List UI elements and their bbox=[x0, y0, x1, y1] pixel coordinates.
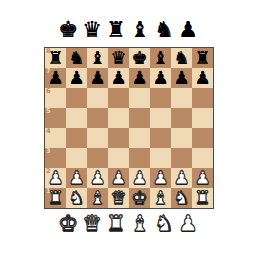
square-e5[interactable] bbox=[129, 108, 150, 128]
square-a5[interactable]: 5 bbox=[45, 108, 66, 128]
square-f6[interactable] bbox=[150, 88, 171, 108]
square-e3[interactable] bbox=[129, 148, 150, 168]
square-c5[interactable] bbox=[87, 108, 108, 128]
piece-black-knight[interactable]: ♞ bbox=[68, 48, 84, 68]
square-a7[interactable]: 7♟ bbox=[45, 68, 66, 88]
piece-black-bishop[interactable]: ♝ bbox=[152, 48, 168, 68]
piece-white-pawn[interactable]: ♟ bbox=[47, 168, 63, 188]
tray-piece-black-pawn[interactable]: ♟ bbox=[176, 15, 200, 45]
square-h7[interactable]: ♟ bbox=[192, 68, 213, 88]
square-b7[interactable]: ♟ bbox=[66, 68, 87, 88]
piece-white-pawn[interactable]: ♟ bbox=[131, 168, 147, 188]
square-c8[interactable]: ♝ bbox=[87, 48, 108, 68]
piece-black-pawn[interactable]: ♟ bbox=[173, 68, 189, 88]
square-c1[interactable]: ♝ bbox=[87, 188, 108, 208]
piece-black-pawn[interactable]: ♟ bbox=[47, 68, 63, 88]
piece-white-king[interactable]: ♚ bbox=[131, 188, 147, 208]
square-h8[interactable]: ♜ bbox=[192, 48, 213, 68]
square-f3[interactable] bbox=[150, 148, 171, 168]
square-h5[interactable] bbox=[192, 108, 213, 128]
tray-piece-white-rook[interactable]: ♜ bbox=[104, 209, 128, 239]
tray-piece-black-bishop[interactable]: ♝ bbox=[128, 15, 152, 45]
square-g6[interactable] bbox=[171, 88, 192, 108]
piece-white-pawn[interactable]: ♟ bbox=[89, 168, 105, 188]
square-f2[interactable]: ♟ bbox=[150, 168, 171, 188]
square-e1[interactable]: ♚ bbox=[129, 188, 150, 208]
piece-black-bishop[interactable]: ♝ bbox=[89, 48, 105, 68]
square-e6[interactable] bbox=[129, 88, 150, 108]
tray-piece-white-pawn[interactable]: ♟ bbox=[176, 209, 200, 239]
square-g4[interactable] bbox=[171, 128, 192, 148]
square-e8[interactable]: ♚ bbox=[129, 48, 150, 68]
square-h2[interactable]: ♟ bbox=[192, 168, 213, 188]
square-d8[interactable]: ♛ bbox=[108, 48, 129, 68]
square-a1[interactable]: 1♜ bbox=[45, 188, 66, 208]
tray-piece-black-queen[interactable]: ♛ bbox=[80, 15, 104, 45]
square-g1[interactable]: ♞ bbox=[171, 188, 192, 208]
piece-white-rook[interactable]: ♜ bbox=[194, 188, 210, 208]
tray-piece-white-king[interactable]: ♚ bbox=[56, 209, 80, 239]
square-a6[interactable]: 6 bbox=[45, 88, 66, 108]
square-f7[interactable]: ♟ bbox=[150, 68, 171, 88]
square-d3[interactable] bbox=[108, 148, 129, 168]
square-f1[interactable]: ♝ bbox=[150, 188, 171, 208]
square-d2[interactable]: ♟ bbox=[108, 168, 129, 188]
rank-label-3: 3 bbox=[46, 148, 51, 155]
square-g2[interactable]: ♟ bbox=[171, 168, 192, 188]
piece-white-bishop[interactable]: ♝ bbox=[152, 188, 168, 208]
square-c3[interactable] bbox=[87, 148, 108, 168]
square-d7[interactable]: ♟ bbox=[108, 68, 129, 88]
square-b3[interactable] bbox=[66, 148, 87, 168]
piece-black-pawn[interactable]: ♟ bbox=[194, 68, 210, 88]
piece-black-pawn[interactable]: ♟ bbox=[110, 68, 126, 88]
piece-white-rook[interactable]: ♜ bbox=[47, 188, 63, 208]
square-b8[interactable]: ♞ bbox=[66, 48, 87, 68]
square-f5[interactable] bbox=[150, 108, 171, 128]
chess-app: ♚♛♜♝♞♟ 8♜♞♝♛♚♝♞♜7♟♟♟♟♟♟♟♟65432♟♟♟♟♟♟♟♟1♜… bbox=[0, 0, 256, 256]
square-a3[interactable]: 3 bbox=[45, 148, 66, 168]
square-h4[interactable] bbox=[192, 128, 213, 148]
square-a4[interactable]: 4 bbox=[45, 128, 66, 148]
square-e4[interactable] bbox=[129, 128, 150, 148]
rank-label-4: 4 bbox=[46, 128, 51, 135]
square-g7[interactable]: ♟ bbox=[171, 68, 192, 88]
piece-white-knight[interactable]: ♞ bbox=[68, 188, 84, 208]
piece-white-bishop[interactable]: ♝ bbox=[89, 188, 105, 208]
square-a8[interactable]: 8♜ bbox=[45, 48, 66, 68]
square-f4[interactable] bbox=[150, 128, 171, 148]
piece-white-pawn[interactable]: ♟ bbox=[194, 168, 210, 188]
rank-label-6: 6 bbox=[46, 88, 51, 95]
piece-black-knight[interactable]: ♞ bbox=[173, 48, 189, 68]
square-h1[interactable]: ♜ bbox=[192, 188, 213, 208]
piece-white-pawn[interactable]: ♟ bbox=[110, 168, 126, 188]
chess-board: 8♜♞♝♛♚♝♞♜7♟♟♟♟♟♟♟♟65432♟♟♟♟♟♟♟♟1♜♞♝♛♚♝♞♜ bbox=[44, 47, 214, 209]
square-h6[interactable] bbox=[192, 88, 213, 108]
square-d1[interactable]: ♛ bbox=[108, 188, 129, 208]
rank-label-5: 5 bbox=[46, 108, 51, 115]
square-d4[interactable] bbox=[108, 128, 129, 148]
square-d5[interactable] bbox=[108, 108, 129, 128]
square-h3[interactable] bbox=[192, 148, 213, 168]
square-c7[interactable]: ♟ bbox=[87, 68, 108, 88]
piece-white-pawn[interactable]: ♟ bbox=[68, 168, 84, 188]
square-b6[interactable] bbox=[66, 88, 87, 108]
piece-black-queen[interactable]: ♛ bbox=[110, 48, 126, 68]
square-b5[interactable] bbox=[66, 108, 87, 128]
square-d6[interactable] bbox=[108, 88, 129, 108]
tray-piece-black-knight[interactable]: ♞ bbox=[152, 15, 176, 45]
square-b4[interactable] bbox=[66, 128, 87, 148]
square-c4[interactable] bbox=[87, 128, 108, 148]
square-e7[interactable]: ♟ bbox=[129, 68, 150, 88]
square-e2[interactable]: ♟ bbox=[129, 168, 150, 188]
white-piece-tray: ♚♛♜♝♞♟ bbox=[0, 208, 256, 240]
square-c6[interactable] bbox=[87, 88, 108, 108]
piece-black-pawn[interactable]: ♟ bbox=[131, 68, 147, 88]
piece-black-rook[interactable]: ♜ bbox=[194, 48, 210, 68]
square-g8[interactable]: ♞ bbox=[171, 48, 192, 68]
square-f8[interactable]: ♝ bbox=[150, 48, 171, 68]
square-a2[interactable]: 2♟ bbox=[45, 168, 66, 188]
piece-white-pawn[interactable]: ♟ bbox=[173, 168, 189, 188]
tray-piece-black-rook[interactable]: ♜ bbox=[104, 15, 128, 45]
square-b1[interactable]: ♞ bbox=[66, 188, 87, 208]
piece-black-king[interactable]: ♚ bbox=[131, 48, 147, 68]
tray-piece-white-queen[interactable]: ♛ bbox=[80, 209, 104, 239]
square-g5[interactable] bbox=[171, 108, 192, 128]
piece-black-pawn[interactable]: ♟ bbox=[68, 68, 84, 88]
square-g3[interactable] bbox=[171, 148, 192, 168]
piece-white-pawn[interactable]: ♟ bbox=[152, 168, 168, 188]
square-b2[interactable]: ♟ bbox=[66, 168, 87, 188]
tray-piece-black-king[interactable]: ♚ bbox=[56, 15, 80, 45]
piece-black-rook[interactable]: ♜ bbox=[47, 48, 63, 68]
black-piece-tray: ♚♛♜♝♞♟ bbox=[0, 14, 256, 46]
piece-white-queen[interactable]: ♛ bbox=[110, 188, 126, 208]
piece-black-pawn[interactable]: ♟ bbox=[152, 68, 168, 88]
piece-black-pawn[interactable]: ♟ bbox=[89, 68, 105, 88]
square-c2[interactable]: ♟ bbox=[87, 168, 108, 188]
tray-piece-white-knight[interactable]: ♞ bbox=[152, 209, 176, 239]
tray-piece-white-bishop[interactable]: ♝ bbox=[128, 209, 152, 239]
piece-white-knight[interactable]: ♞ bbox=[173, 188, 189, 208]
